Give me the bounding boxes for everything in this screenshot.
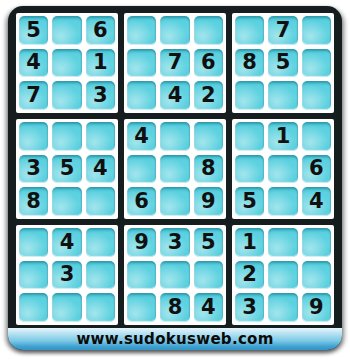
cell-r4c1[interactable] bbox=[19, 122, 48, 151]
sudoku-grid: 564173764278535484869165443935841239 bbox=[16, 13, 334, 325]
cell-r9c5[interactable]: 8 bbox=[160, 293, 189, 322]
cell-r6c6[interactable]: 9 bbox=[194, 187, 223, 216]
cell-r8c8[interactable] bbox=[268, 261, 297, 290]
cell-r4c5[interactable] bbox=[160, 122, 189, 151]
cell-r9c4[interactable] bbox=[127, 293, 156, 322]
cell-r5c1[interactable]: 3 bbox=[19, 155, 48, 184]
cell-r1c6[interactable] bbox=[194, 16, 223, 45]
cell-r5c7[interactable] bbox=[235, 155, 264, 184]
cell-r4c4[interactable]: 4 bbox=[127, 122, 156, 151]
cell-r3c6[interactable]: 2 bbox=[194, 81, 223, 110]
cell-r2c4[interactable] bbox=[127, 49, 156, 78]
cell-r2c2[interactable] bbox=[52, 49, 81, 78]
cell-r4c8[interactable]: 1 bbox=[268, 122, 297, 151]
cell-r2c7[interactable]: 8 bbox=[235, 49, 264, 78]
cell-r9c1[interactable] bbox=[19, 293, 48, 322]
cell-r1c5[interactable] bbox=[160, 16, 189, 45]
cell-r2c9[interactable] bbox=[302, 49, 331, 78]
cell-r2c5[interactable]: 7 bbox=[160, 49, 189, 78]
cell-r4c7[interactable] bbox=[235, 122, 264, 151]
cell-r1c4[interactable] bbox=[127, 16, 156, 45]
cell-r4c2[interactable] bbox=[52, 122, 81, 151]
box-2-1: 3548 bbox=[16, 119, 118, 219]
cell-r8c6[interactable] bbox=[194, 261, 223, 290]
box-3-1: 43 bbox=[16, 225, 118, 325]
cell-r5c6[interactable]: 8 bbox=[194, 155, 223, 184]
cell-r6c5[interactable] bbox=[160, 187, 189, 216]
cell-r8c7[interactable]: 2 bbox=[235, 261, 264, 290]
cell-r6c9[interactable]: 4 bbox=[302, 187, 331, 216]
cell-r6c7[interactable]: 5 bbox=[235, 187, 264, 216]
cell-r7c4[interactable]: 9 bbox=[127, 228, 156, 257]
cell-r4c6[interactable] bbox=[194, 122, 223, 151]
box-2-3: 1654 bbox=[232, 119, 334, 219]
cell-r6c8[interactable] bbox=[268, 187, 297, 216]
cell-r1c8[interactable]: 7 bbox=[268, 16, 297, 45]
cell-r7c8[interactable] bbox=[268, 228, 297, 257]
box-1-3: 785 bbox=[232, 13, 334, 113]
cell-r8c4[interactable] bbox=[127, 261, 156, 290]
cell-r9c9[interactable]: 9 bbox=[302, 293, 331, 322]
cell-r3c3[interactable]: 3 bbox=[86, 81, 115, 110]
box-1-1: 564173 bbox=[16, 13, 118, 113]
cell-r6c2[interactable] bbox=[52, 187, 81, 216]
cell-r3c9[interactable] bbox=[302, 81, 331, 110]
cell-r3c8[interactable] bbox=[268, 81, 297, 110]
cell-r5c4[interactable] bbox=[127, 155, 156, 184]
cell-r6c3[interactable] bbox=[86, 187, 115, 216]
cell-r8c3[interactable] bbox=[86, 261, 115, 290]
cell-r6c4[interactable]: 6 bbox=[127, 187, 156, 216]
cell-r9c6[interactable]: 4 bbox=[194, 293, 223, 322]
cell-r7c6[interactable]: 5 bbox=[194, 228, 223, 257]
cell-r6c1[interactable]: 8 bbox=[19, 187, 48, 216]
cell-r7c9[interactable] bbox=[302, 228, 331, 257]
cell-r3c4[interactable] bbox=[127, 81, 156, 110]
cell-r9c8[interactable] bbox=[268, 293, 297, 322]
cell-r2c8[interactable]: 5 bbox=[268, 49, 297, 78]
box-3-2: 93584 bbox=[124, 225, 226, 325]
grid-area: 564173764278535484869165443935841239 bbox=[8, 6, 342, 328]
cell-r3c7[interactable] bbox=[235, 81, 264, 110]
cell-r3c1[interactable]: 7 bbox=[19, 81, 48, 110]
cell-r9c7[interactable]: 3 bbox=[235, 293, 264, 322]
site-url[interactable]: www.sudokusweb.com bbox=[76, 330, 273, 348]
cell-r8c1[interactable] bbox=[19, 261, 48, 290]
cell-r4c9[interactable] bbox=[302, 122, 331, 151]
footer-band: www.sudokusweb.com bbox=[8, 328, 342, 350]
box-1-2: 7642 bbox=[124, 13, 226, 113]
box-3-3: 1239 bbox=[232, 225, 334, 325]
cell-r7c1[interactable] bbox=[19, 228, 48, 257]
cell-r2c6[interactable]: 6 bbox=[194, 49, 223, 78]
cell-r1c3[interactable]: 6 bbox=[86, 16, 115, 45]
cell-r8c2[interactable]: 3 bbox=[52, 261, 81, 290]
cell-r7c7[interactable]: 1 bbox=[235, 228, 264, 257]
cell-r5c5[interactable] bbox=[160, 155, 189, 184]
cell-r1c9[interactable] bbox=[302, 16, 331, 45]
cell-r5c2[interactable]: 5 bbox=[52, 155, 81, 184]
cell-r3c2[interactable] bbox=[52, 81, 81, 110]
cell-r2c3[interactable]: 1 bbox=[86, 49, 115, 78]
cell-r7c5[interactable]: 3 bbox=[160, 228, 189, 257]
cell-r2c1[interactable]: 4 bbox=[19, 49, 48, 78]
sudoku-board: 564173764278535484869165443935841239 www… bbox=[8, 6, 342, 350]
cell-r5c3[interactable]: 4 bbox=[86, 155, 115, 184]
cell-r1c7[interactable] bbox=[235, 16, 264, 45]
box-2-2: 4869 bbox=[124, 119, 226, 219]
cell-r8c5[interactable] bbox=[160, 261, 189, 290]
cell-r5c8[interactable] bbox=[268, 155, 297, 184]
cell-r7c2[interactable]: 4 bbox=[52, 228, 81, 257]
cell-r7c3[interactable] bbox=[86, 228, 115, 257]
cell-r4c3[interactable] bbox=[86, 122, 115, 151]
cell-r1c1[interactable]: 5 bbox=[19, 16, 48, 45]
cell-r8c9[interactable] bbox=[302, 261, 331, 290]
cell-r9c3[interactable] bbox=[86, 293, 115, 322]
cell-r5c9[interactable]: 6 bbox=[302, 155, 331, 184]
cell-r3c5[interactable]: 4 bbox=[160, 81, 189, 110]
cell-r9c2[interactable] bbox=[52, 293, 81, 322]
cell-r1c2[interactable] bbox=[52, 16, 81, 45]
